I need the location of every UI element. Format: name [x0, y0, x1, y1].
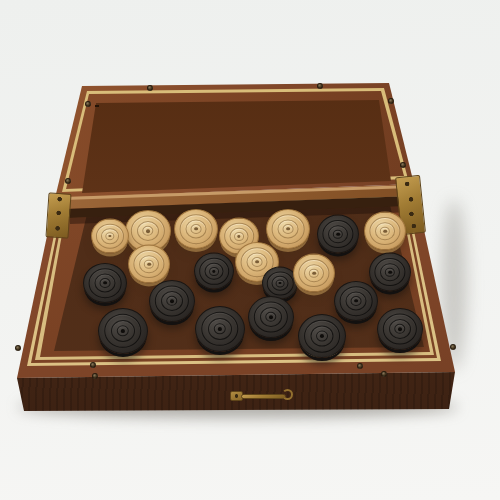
centre-dimple	[170, 299, 174, 303]
checker-piece-light	[174, 209, 218, 249]
checker-piece-light	[128, 245, 170, 284]
checker-piece-dark	[317, 215, 359, 254]
checker-piece-light	[91, 219, 129, 254]
centre-dimple	[388, 270, 392, 273]
pieces-layer	[0, 0, 500, 500]
checker-piece-dark	[149, 280, 195, 322]
scene-folding-checkers-set	[0, 0, 500, 500]
centre-dimple	[336, 232, 340, 235]
centre-dimple	[269, 315, 273, 319]
checker-piece-light	[293, 254, 335, 293]
centre-dimple	[320, 334, 324, 338]
centre-dimple	[147, 262, 151, 265]
checker-piece-dark	[98, 308, 148, 354]
centre-dimple	[278, 282, 281, 285]
checker-piece-dark	[195, 306, 245, 352]
checker-piece-light	[266, 209, 310, 249]
checker-piece-dark	[377, 308, 423, 350]
checker-piece-light	[364, 212, 406, 251]
checker-piece-dark	[369, 253, 411, 292]
checker-piece-dark	[83, 263, 127, 303]
checker-piece-dark	[334, 281, 378, 321]
centre-dimple	[398, 327, 402, 331]
checker-piece-dark	[194, 253, 234, 290]
centre-dimple	[312, 271, 316, 274]
checker-piece-dark	[298, 314, 346, 358]
checker-piece-dark	[248, 296, 294, 338]
centre-dimple	[383, 229, 387, 232]
centre-dimple	[146, 229, 150, 233]
